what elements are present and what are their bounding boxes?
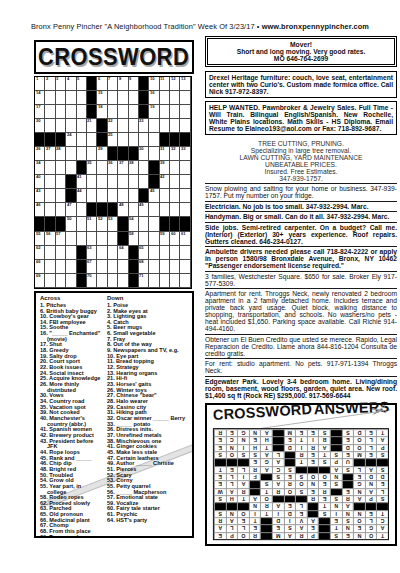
puzzle-cell — [66, 274, 76, 288]
answer-cell: R — [214, 517, 226, 524]
puzzle-cell — [56, 246, 66, 260]
block-cell — [35, 133, 45, 147]
answer-cell: D — [353, 429, 365, 436]
cell-number: 60 — [171, 232, 176, 236]
answer-cell: O — [353, 443, 365, 450]
answer-cell: M — [353, 451, 365, 458]
classified-ads: Mover! Short and long moving. Very good … — [205, 36, 397, 400]
puzzle-cell — [77, 203, 87, 217]
answer-cell: T — [295, 436, 307, 443]
answer-cell: E — [342, 436, 354, 443]
block-cell — [118, 147, 128, 161]
answer-cell: O — [353, 517, 365, 524]
puzzle-cell — [66, 161, 76, 175]
puzzle-cell — [66, 105, 76, 119]
answer-cell: T — [260, 487, 272, 494]
answer-cell: L — [272, 451, 284, 458]
puzzle-cell — [77, 105, 87, 119]
down-clues: Down 1. Poise2. Make eyes at3. Lighting … — [107, 296, 190, 534]
puzzle-cell: 62 — [35, 246, 45, 260]
answer-block-cell — [376, 458, 388, 465]
answer-cell: I — [237, 473, 249, 480]
puzzle-cell: 53 — [108, 217, 118, 231]
answer-block-cell — [260, 473, 272, 480]
answer-cell: R — [295, 531, 307, 538]
puzzle-cell: 8 — [118, 77, 128, 91]
puzzle-cell: 34 — [35, 161, 45, 175]
cell-number: 22 — [108, 119, 113, 123]
cell-number: 10 — [150, 77, 155, 81]
puzzle-cell — [97, 246, 107, 260]
answer-cell: N — [353, 487, 365, 494]
puzzle-cell — [45, 105, 55, 119]
answer-block-cell — [249, 487, 261, 494]
puzzle-cell — [56, 175, 66, 189]
answer-cell: P — [376, 443, 388, 450]
answer-cell: N — [365, 480, 377, 487]
answer-cell: L — [226, 524, 238, 531]
answer-cell: S — [330, 480, 342, 487]
puzzle-cell — [108, 189, 118, 203]
answer-block-cell — [226, 458, 238, 465]
answer-cell: N — [342, 524, 354, 531]
puzzle-cell — [97, 232, 107, 246]
down-label: Down — [107, 296, 190, 302]
answer-cell: W — [214, 487, 226, 494]
puzzle-cell — [129, 189, 139, 203]
answer-cell: S — [284, 524, 296, 531]
puzzle-cell — [56, 260, 66, 274]
puzzle-cell — [118, 119, 128, 133]
answer-cell: S — [272, 473, 284, 480]
puzzle-cell — [180, 161, 190, 175]
puzzle-cell — [45, 246, 55, 260]
answer-cell: C — [376, 517, 388, 524]
cell-number: 17 — [36, 105, 41, 109]
cell-number: 14 — [36, 91, 41, 95]
cell-number: 36 — [108, 161, 113, 165]
answer-cell: A — [307, 517, 319, 524]
ad-electrician: Electrician. No job is too small. 347-93… — [205, 202, 397, 213]
puzzle-cell — [45, 161, 55, 175]
puzzle-cell — [108, 175, 118, 189]
puzzle-cell: 46 — [35, 203, 45, 217]
cell-number: 66 — [36, 260, 41, 264]
answer-block-cell — [214, 502, 226, 509]
block-cell — [87, 91, 97, 105]
puzzle-cell: 21 — [87, 119, 97, 133]
cell-number: 31 — [160, 147, 165, 151]
puzzle-cell: 15 — [97, 91, 107, 105]
puzzle-cell — [87, 133, 97, 147]
puzzle-cell — [149, 260, 159, 274]
answer-cell: E — [318, 480, 330, 487]
cell-number: 6 — [98, 77, 100, 81]
puzzle-cell: 26 — [35, 147, 45, 161]
masthead-site-url: www.bronxpennypincher.com — [262, 22, 369, 31]
puzzle-cell — [97, 175, 107, 189]
answer-cell: P — [226, 531, 238, 538]
puzzle-cell — [66, 260, 76, 274]
answer-cell: L — [376, 487, 388, 494]
answer-cell: N — [226, 443, 238, 450]
answer-cell: E — [330, 517, 342, 524]
answer-cell: R — [249, 465, 261, 472]
crossword-title: CROSSWORD — [38, 44, 189, 71]
block-cell — [87, 77, 97, 91]
block-cell — [139, 105, 149, 119]
answer-cell: M — [272, 531, 284, 538]
answer-block-cell — [365, 458, 377, 465]
puzzle-cell — [45, 119, 55, 133]
answer-cell: I — [284, 517, 296, 524]
puzzle-cell: 45 — [149, 189, 159, 203]
block-cell — [97, 203, 107, 217]
answer-cell: S — [318, 429, 330, 436]
puzzle-cell: 51 — [87, 217, 97, 231]
answer-cell: N — [342, 509, 354, 516]
answer-cell: E — [214, 480, 226, 487]
block-cell — [129, 260, 139, 274]
answer-cell: T — [295, 458, 307, 465]
answer-cell: S — [376, 465, 388, 472]
answer-cell: A — [237, 480, 249, 487]
puzzle-cell: 32 — [170, 147, 180, 161]
answer-cell: O — [237, 531, 249, 538]
cell-number: 50 — [67, 217, 72, 221]
block-cell — [170, 133, 180, 147]
answer-cell: E — [307, 429, 319, 436]
puzzle-cell: 35 — [87, 161, 97, 175]
block-cell — [77, 161, 87, 175]
answer-block-cell — [272, 495, 284, 502]
answer-cell: E — [237, 517, 249, 524]
answer-block-cell — [237, 458, 249, 465]
masthead-text: Bronx Penny Pincher "A Neighborhood Trad… — [31, 22, 262, 31]
cell-number: 11 — [160, 77, 164, 81]
answer-block-cell — [307, 502, 319, 509]
block-cell — [139, 91, 149, 105]
cell-number: 38 — [129, 161, 134, 165]
puzzle-cell — [77, 119, 87, 133]
masthead: Bronx Penny Pincher "A Neighborhood Trad… — [0, 22, 400, 31]
puzzle-cell: 6 — [97, 77, 107, 91]
cell-number: 69 — [36, 274, 41, 278]
crossword-answer-grid: TONESPRAMROPEAGENTEASEELLACLOSEAVIDTEART… — [213, 428, 389, 540]
answer-cell: C — [226, 436, 238, 443]
answer-cell: E — [365, 429, 377, 436]
answer-cell: T — [376, 531, 388, 538]
answer-block-cell — [249, 480, 261, 487]
puzzle-cell — [66, 119, 76, 133]
puzzle-cell — [170, 105, 180, 119]
answer-cell: E — [353, 473, 365, 480]
puzzle-cell — [129, 203, 139, 217]
cell-number: 63 — [87, 246, 92, 250]
answer-cell: A — [249, 495, 261, 502]
ad-side-jobs: Side jobs. Semi-retired carpenter. On a … — [205, 223, 397, 248]
puzzle-cell — [87, 189, 97, 203]
answer-cell: S — [318, 458, 330, 465]
answer-cell: S — [295, 487, 307, 494]
puzzle-cell — [139, 175, 149, 189]
answer-block-cell — [342, 473, 354, 480]
puzzle-cell: 71 — [139, 274, 149, 288]
puzzle-cell — [56, 161, 66, 175]
answer-cell: O — [260, 495, 272, 502]
puzzle-cell: 28 — [56, 147, 66, 161]
cell-number: 58 — [129, 232, 134, 236]
puzzle-cell — [139, 217, 149, 231]
answer-cell: N — [307, 480, 319, 487]
cell-number: 18 — [98, 105, 103, 109]
puzzle-cell — [180, 203, 190, 217]
answer-cell: E — [365, 509, 377, 516]
cell-number: 54 — [129, 217, 134, 221]
crossword-title-box: CROSSWORD — [34, 40, 194, 74]
answer-cell: O — [226, 451, 238, 458]
cell-number: 28 — [56, 147, 61, 151]
puzzle-cell — [170, 246, 180, 260]
answer-block-cell — [318, 465, 330, 472]
puzzle-cell: 25 — [108, 133, 118, 147]
answer-block-cell — [226, 502, 238, 509]
answer-cell: E — [214, 531, 226, 538]
cell-number: 41 — [77, 175, 82, 179]
answer-cell: A — [272, 480, 284, 487]
answer-cell: G — [237, 429, 249, 436]
answer-cell: R — [318, 487, 330, 494]
puzzle-cell — [45, 203, 55, 217]
answer-cell: D — [284, 509, 296, 516]
cell-number: 71 — [139, 274, 144, 278]
puzzle-cell: 55 — [35, 232, 45, 246]
answer-cell: T — [376, 509, 388, 516]
across-clues: Across 1. Pitches6. British baby buggy10… — [40, 296, 102, 534]
puzzle-cell: 48 — [118, 203, 128, 217]
cell-number: 51 — [87, 217, 92, 221]
puzzle-cell — [160, 274, 170, 288]
puzzle-cell: 16 — [149, 91, 159, 105]
answer-cell: E — [342, 531, 354, 538]
answer-cell: S — [214, 451, 226, 458]
answer-cell: E — [353, 524, 365, 531]
cell-number: 8 — [119, 77, 121, 81]
answer-cell: N — [249, 502, 261, 509]
block-cell — [108, 147, 118, 161]
answer-block-cell — [342, 480, 354, 487]
puzzle-cell — [77, 133, 87, 147]
puzzle-cell: 30 — [139, 147, 149, 161]
puzzle-cell — [118, 105, 128, 119]
answer-cell: G — [260, 458, 272, 465]
crossword-puzzle-grid: 1234567891011121314151617181920212223242… — [34, 76, 192, 289]
puzzle-cell — [77, 232, 87, 246]
answer-cell: T — [237, 495, 249, 502]
puzzle-cell: 65 — [139, 246, 149, 260]
answer-cell: S — [342, 517, 354, 524]
answer-cell: N — [226, 509, 238, 516]
puzzle-cell: 5 — [77, 77, 87, 91]
answer-cell: S — [260, 480, 272, 487]
cell-number: 49 — [139, 203, 144, 207]
answer-cell: R — [295, 451, 307, 458]
answer-cell: R — [249, 531, 261, 538]
puzzle-cell: 69 — [35, 274, 45, 288]
block-cell — [77, 260, 87, 274]
block-cell — [77, 246, 87, 260]
answer-cell: S — [237, 451, 249, 458]
puzzle-cell — [66, 232, 76, 246]
puzzle-cell: 52 — [97, 217, 107, 231]
answer-cell: O — [295, 480, 307, 487]
answer-cell: E — [226, 429, 238, 436]
answer-cell: L — [365, 436, 377, 443]
puzzle-cell — [170, 203, 180, 217]
answer-cell: D — [284, 443, 296, 450]
puzzle-cell — [180, 175, 190, 189]
puzzle-cell: 31 — [160, 147, 170, 161]
puzzle-cell — [180, 91, 190, 105]
answer-block-cell — [260, 531, 272, 538]
answer-block-cell — [284, 458, 296, 465]
answer-cell: G — [353, 480, 365, 487]
puzzle-cell: 7 — [108, 77, 118, 91]
puzzle-cell — [45, 91, 55, 105]
puzzle-cell: 2 — [45, 77, 55, 91]
answer-cell: P — [365, 495, 377, 502]
answer-cell: E — [214, 443, 226, 450]
across-clue-69: 69. Turner and Williams — [40, 535, 102, 538]
puzzle-cell — [160, 260, 170, 274]
puzzle-cell — [160, 119, 170, 133]
cell-number: 2 — [46, 77, 48, 81]
answer-cell: S — [376, 451, 388, 458]
puzzle-cell — [129, 175, 139, 189]
puzzle-cell — [160, 91, 170, 105]
puzzle-cell — [118, 189, 128, 203]
cell-number: 29 — [98, 147, 103, 151]
block-cell — [139, 77, 149, 91]
puzzle-cell: 37 — [118, 161, 128, 175]
puzzle-cell — [170, 91, 180, 105]
answer-cell: S — [249, 451, 261, 458]
puzzle-cell — [56, 189, 66, 203]
answer-block-cell — [307, 465, 319, 472]
answer-cell: S — [342, 429, 354, 436]
answer-cell: M — [284, 429, 296, 436]
cell-number: 40 — [36, 175, 41, 179]
answer-cell: A — [342, 502, 354, 509]
puzzle-cell: 29 — [97, 147, 107, 161]
cell-number: 65 — [139, 246, 144, 250]
puzzle-cell: 63 — [87, 246, 97, 260]
puzzle-cell — [77, 91, 87, 105]
block-cell — [149, 175, 159, 189]
cell-number: 5 — [77, 77, 79, 81]
ad-ambulette: Ambulette drivers needed please call 718… — [205, 247, 397, 272]
puzzle-cell: 4 — [66, 77, 76, 91]
puzzle-cell: 47 — [66, 203, 76, 217]
answer-cell: E — [307, 524, 319, 531]
puzzle-cell — [160, 246, 170, 260]
answer-block-cell — [330, 487, 342, 494]
cell-number: 42 — [160, 175, 165, 179]
answer-cell: S — [214, 509, 226, 516]
answer-cell: H — [249, 443, 261, 450]
block-cell — [45, 217, 55, 231]
answer-cell: F — [249, 473, 261, 480]
ad-three-families: 3 families, Westchester Square. $650 for… — [205, 272, 397, 290]
ad-apartment-rent: Apartment for rent. Throggs Neck, newly … — [205, 289, 397, 335]
answer-block-cell — [272, 436, 284, 443]
across-label: Across — [40, 296, 102, 302]
cell-number: 64 — [119, 246, 124, 250]
ad-help-wanted: HELP WANTED. Pawnbroker & Jewelry Sales.… — [205, 101, 397, 135]
puzzle-cell: 3 — [56, 77, 66, 91]
answer-cell: N — [237, 436, 249, 443]
answer-cell: N — [330, 502, 342, 509]
puzzle-cell — [149, 119, 159, 133]
puzzle-cell — [149, 133, 159, 147]
cell-number: 1 — [36, 77, 38, 81]
cell-number: 32 — [171, 147, 176, 151]
answer-cell: A — [295, 524, 307, 531]
puzzle-cell — [108, 105, 118, 119]
answer-cell: E — [342, 451, 354, 458]
newspaper-page: Bronx Penny Pincher "A Neighborhood Trad… — [0, 0, 400, 573]
puzzle-cell: 68 — [139, 260, 149, 274]
puzzle-cell — [97, 260, 107, 274]
answer-cell: L — [237, 524, 249, 531]
answer-block-cell — [318, 531, 330, 538]
block-cell — [77, 274, 87, 288]
puzzle-cell — [108, 260, 118, 274]
answer-cell: E — [284, 473, 296, 480]
puzzle-cell: 14 — [35, 91, 45, 105]
answer-block-cell — [284, 451, 296, 458]
cell-number: 20 — [36, 119, 41, 123]
block-cell — [87, 203, 97, 217]
answer-cell: E — [284, 502, 296, 509]
answer-cell: P — [307, 531, 319, 538]
puzzle-cell — [180, 246, 190, 260]
cell-number: 25 — [108, 133, 113, 137]
puzzle-cell: 24 — [66, 133, 76, 147]
puzzle-cell — [77, 217, 87, 231]
puzzle-cell — [160, 189, 170, 203]
answer-cell: S — [330, 531, 342, 538]
puzzle-cell: 13 — [180, 77, 190, 91]
answer-cell: L — [353, 465, 365, 472]
answer-cell: L — [226, 480, 238, 487]
answer-block-cell — [365, 502, 377, 509]
puzzle-cell: 36 — [108, 161, 118, 175]
ad-drexel: Drexel Heritage furniture: couch, love s… — [205, 71, 397, 98]
puzzle-cell: 64 — [118, 246, 128, 260]
puzzle-cell — [118, 260, 128, 274]
puzzle-cell: 23 — [139, 119, 149, 133]
answer-cell: S — [284, 465, 296, 472]
answer-cell: A — [284, 531, 296, 538]
puzzle-cell — [149, 203, 159, 217]
puzzle-cell: 18 — [97, 105, 107, 119]
cell-number: 53 — [108, 217, 113, 221]
answer-cell: O — [307, 473, 319, 480]
answer-cell: T — [318, 451, 330, 458]
cell-number: 7 — [108, 77, 110, 81]
puzzle-cell: 19 — [149, 105, 159, 119]
